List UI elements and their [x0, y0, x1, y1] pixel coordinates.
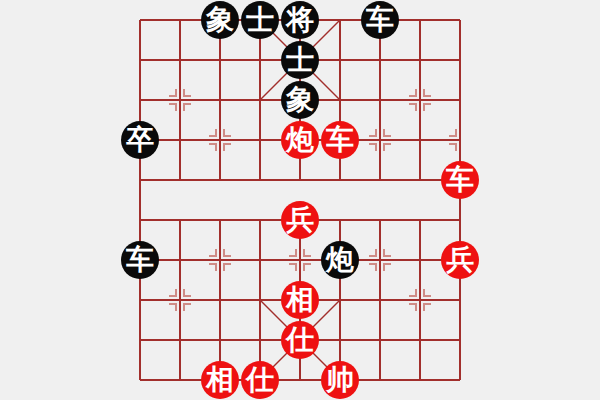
- piece-red-advisor[interactable]: 仕: [241, 361, 279, 399]
- piece-red-soldier[interactable]: 兵: [441, 241, 479, 279]
- piece-black-elephant[interactable]: 象: [281, 81, 319, 119]
- piece-red-chariot[interactable]: 车: [321, 121, 359, 159]
- piece-glyph: 士: [246, 1, 274, 39]
- piece-glyph: 炮: [326, 241, 354, 279]
- piece-glyph: 兵: [286, 201, 314, 239]
- piece-layer: 象士将车士象卒炮车车兵车炮兵相仕相仕帅: [120, 0, 480, 400]
- piece-red-advisor[interactable]: 仕: [281, 321, 319, 359]
- piece-glyph: 相: [286, 281, 314, 319]
- piece-glyph: 车: [446, 161, 474, 199]
- piece-glyph: 象: [286, 81, 314, 119]
- piece-black-chariot[interactable]: 车: [361, 1, 399, 39]
- piece-glyph: 仕: [246, 361, 274, 399]
- piece-red-chariot[interactable]: 车: [441, 161, 479, 199]
- piece-red-soldier[interactable]: 兵: [281, 201, 319, 239]
- piece-black-advisor[interactable]: 士: [241, 1, 279, 39]
- piece-black-elephant[interactable]: 象: [201, 1, 239, 39]
- piece-glyph: 将: [286, 1, 314, 39]
- piece-glyph: 车: [366, 1, 394, 39]
- piece-glyph: 车: [126, 241, 154, 279]
- piece-red-elephant[interactable]: 相: [281, 281, 319, 319]
- piece-black-general[interactable]: 将: [281, 1, 319, 39]
- piece-red-cannon[interactable]: 炮: [281, 121, 319, 159]
- piece-black-soldier[interactable]: 卒: [121, 121, 159, 159]
- piece-black-cannon[interactable]: 炮: [321, 241, 359, 279]
- piece-glyph: 卒: [126, 121, 154, 159]
- piece-glyph: 相: [206, 361, 234, 399]
- xiangqi-board: 象士将车士象卒炮车车兵车炮兵相仕相仕帅: [0, 0, 600, 400]
- piece-black-advisor[interactable]: 士: [281, 41, 319, 79]
- piece-red-general[interactable]: 帅: [321, 361, 359, 399]
- piece-glyph: 士: [286, 41, 314, 79]
- piece-glyph: 帅: [326, 361, 354, 399]
- piece-glyph: 炮: [286, 121, 314, 159]
- piece-glyph: 车: [326, 121, 354, 159]
- piece-glyph: 仕: [286, 321, 314, 359]
- piece-red-elephant[interactable]: 相: [201, 361, 239, 399]
- piece-glyph: 象: [206, 1, 234, 39]
- piece-black-chariot[interactable]: 车: [121, 241, 159, 279]
- piece-glyph: 兵: [446, 241, 474, 279]
